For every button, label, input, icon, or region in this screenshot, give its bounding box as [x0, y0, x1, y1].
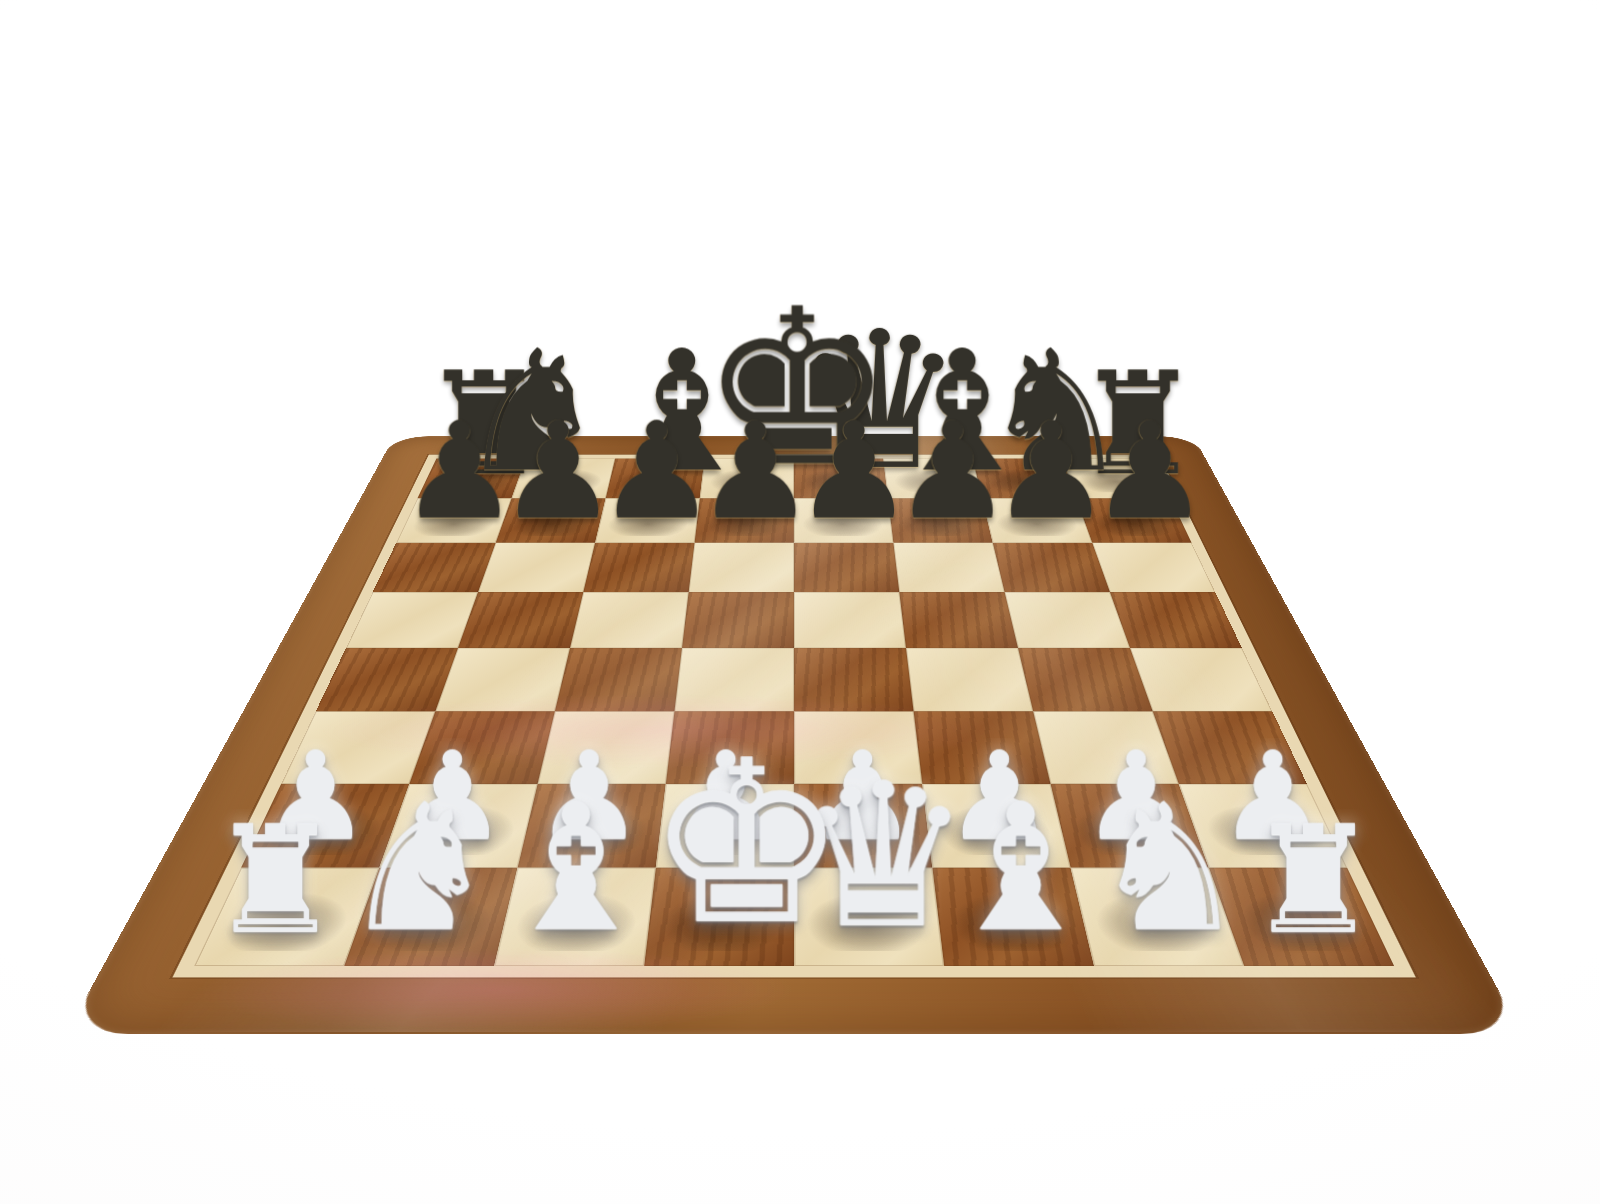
- square-g5[interactable]: [1004, 592, 1129, 648]
- piece-black-pawn[interactable]: ♟: [596, 408, 695, 536]
- white-rook-glyph: ♜: [1238, 809, 1386, 951]
- piece-black-pawn[interactable]: ♟: [498, 408, 597, 536]
- black-pawn-glyph: ♟: [892, 408, 991, 536]
- square-b1[interactable]: ♞: [344, 868, 517, 966]
- black-pawn-glyph: ♟: [991, 408, 1090, 536]
- square-d4[interactable]: [674, 648, 794, 711]
- square-b5[interactable]: [458, 592, 583, 648]
- square-h4[interactable]: [1130, 648, 1272, 711]
- black-pawn-glyph: ♟: [1089, 408, 1188, 536]
- square-a4[interactable]: [315, 648, 457, 711]
- piece-black-pawn[interactable]: ♟: [892, 408, 991, 536]
- square-c6[interactable]: [583, 543, 694, 593]
- square-c1[interactable]: ♝: [494, 868, 656, 966]
- board-perspective-wrapper: ♜♞♝♚♛♝♞♜♟♟♟♟♟♟♟♟♟♟♟♟♟♟♟♟♜♞♝♚♛♝♞♜: [278, 132, 1310, 1164]
- square-e5[interactable]: [794, 592, 906, 648]
- board-front-edge: [111, 985, 1476, 1032]
- square-h6[interactable]: [1092, 543, 1215, 593]
- white-rook-glyph: ♜: [201, 809, 349, 951]
- square-c7[interactable]: ♟: [595, 498, 700, 542]
- white-knight-glyph: ♞: [349, 783, 497, 951]
- square-f7[interactable]: ♟: [888, 498, 993, 542]
- square-d7[interactable]: ♟: [694, 498, 793, 542]
- white-bishop-glyph: ♝: [942, 783, 1090, 951]
- square-g1[interactable]: ♞: [1070, 868, 1243, 966]
- chessboard-frame: ♜♞♝♚♛♝♞♜♟♟♟♟♟♟♟♟♟♟♟♟♟♟♟♟♜♞♝♚♛♝♞♜: [65, 436, 1522, 1034]
- square-g6[interactable]: [992, 543, 1109, 593]
- square-g7[interactable]: ♟: [982, 498, 1092, 542]
- black-pawn-glyph: ♟: [498, 408, 597, 536]
- square-c5[interactable]: [570, 592, 689, 648]
- square-a5[interactable]: [346, 592, 478, 648]
- piece-black-pawn[interactable]: ♟: [794, 408, 893, 536]
- square-c4[interactable]: [554, 648, 681, 711]
- square-f5[interactable]: [899, 592, 1018, 648]
- square-e7[interactable]: ♟: [794, 498, 893, 542]
- piece-white-knight[interactable]: ♞: [349, 783, 497, 951]
- piece-white-bishop[interactable]: ♝: [942, 783, 1090, 951]
- square-f4[interactable]: [906, 648, 1033, 711]
- board-inner-margin: ♜♞♝♚♛♝♞♜♟♟♟♟♟♟♟♟♟♟♟♟♟♟♟♟♜♞♝♚♛♝♞♜: [172, 455, 1415, 978]
- piece-white-rook[interactable]: ♜: [1238, 809, 1386, 951]
- black-pawn-glyph: ♟: [596, 408, 695, 536]
- photo-background: ♜♞♝♚♛♝♞♜♟♟♟♟♟♟♟♟♟♟♟♟♟♟♟♟♜♞♝♚♛♝♞♜: [0, 0, 1600, 1204]
- square-d1[interactable]: ♚: [644, 868, 794, 966]
- square-f6[interactable]: [893, 543, 1004, 593]
- square-h5[interactable]: [1110, 592, 1242, 648]
- piece-white-king[interactable]: ♚: [645, 735, 793, 951]
- square-b4[interactable]: [435, 648, 570, 711]
- white-bishop-glyph: ♝: [497, 783, 645, 951]
- chessboard-grid: ♜♞♝♚♛♝♞♜♟♟♟♟♟♟♟♟♟♟♟♟♟♟♟♟♜♞♝♚♛♝♞♜: [194, 459, 1394, 966]
- piece-black-pawn[interactable]: ♟: [991, 408, 1090, 536]
- square-e6[interactable]: [794, 543, 899, 593]
- square-a6[interactable]: [372, 543, 495, 593]
- square-f1[interactable]: ♝: [932, 868, 1094, 966]
- square-g4[interactable]: [1018, 648, 1153, 711]
- square-e4[interactable]: [794, 648, 914, 711]
- piece-black-pawn[interactable]: ♟: [399, 408, 498, 536]
- piece-black-pawn[interactable]: ♟: [695, 408, 794, 536]
- square-a7[interactable]: ♟: [396, 498, 511, 542]
- piece-white-knight[interactable]: ♞: [1090, 783, 1238, 951]
- white-knight-glyph: ♞: [1090, 783, 1238, 951]
- square-b6[interactable]: [478, 543, 595, 593]
- piece-black-pawn[interactable]: ♟: [1089, 408, 1188, 536]
- black-pawn-glyph: ♟: [399, 408, 498, 536]
- black-pawn-glyph: ♟: [695, 408, 794, 536]
- piece-white-rook[interactable]: ♜: [201, 809, 349, 951]
- square-h7[interactable]: ♟: [1076, 498, 1191, 542]
- square-b7[interactable]: ♟: [495, 498, 605, 542]
- piece-white-bishop[interactable]: ♝: [497, 783, 645, 951]
- square-d6[interactable]: [688, 543, 793, 593]
- black-pawn-glyph: ♟: [794, 408, 893, 536]
- white-king-glyph: ♚: [645, 735, 793, 951]
- square-d5[interactable]: [682, 592, 794, 648]
